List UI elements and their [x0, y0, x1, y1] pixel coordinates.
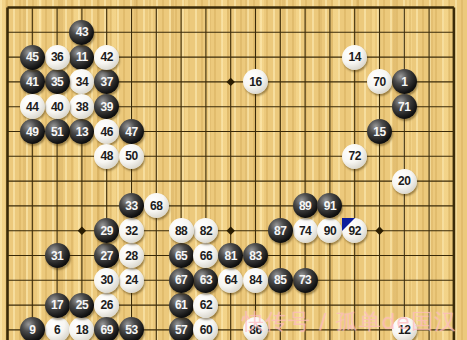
move-number: 38 — [76, 101, 88, 113]
move-number: 20 — [398, 175, 410, 187]
move-number: 49 — [26, 126, 38, 138]
stone-20-white: 20 — [392, 169, 417, 194]
move-number: 29 — [101, 225, 113, 237]
stone-57-black: 57 — [169, 317, 194, 340]
move-number: 70 — [373, 76, 385, 88]
move-number: 72 — [349, 150, 361, 162]
move-number: 48 — [101, 150, 113, 162]
move-number: 66 — [200, 250, 212, 262]
star-point — [227, 78, 235, 86]
stone-62-white: 62 — [193, 293, 218, 318]
move-number: 9 — [29, 324, 35, 336]
stone-17-black: 17 — [45, 293, 70, 318]
move-number: 62 — [200, 299, 212, 311]
move-number: 39 — [101, 101, 113, 113]
stone-14-white: 14 — [342, 45, 367, 70]
move-number: 83 — [249, 250, 261, 262]
move-number: 33 — [125, 200, 137, 212]
move-number: 1 — [401, 76, 407, 88]
move-number: 46 — [101, 126, 113, 138]
stone-36-white: 36 — [45, 45, 70, 70]
star-point — [375, 227, 383, 235]
move-number: 43 — [76, 26, 88, 38]
move-number: 13 — [76, 126, 88, 138]
star-point — [227, 227, 235, 235]
move-number: 61 — [175, 299, 187, 311]
stone-72-white: 72 — [342, 144, 367, 169]
move-number: 31 — [51, 250, 63, 262]
stone-89-black: 89 — [293, 193, 318, 218]
stone-53-black: 53 — [119, 317, 144, 340]
stone-45-black: 45 — [20, 45, 45, 70]
stone-67-black: 67 — [169, 268, 194, 293]
stone-44-white: 44 — [20, 94, 45, 119]
move-number: 50 — [125, 150, 137, 162]
go-board: 1691112131415161718202425262728293031323… — [0, 0, 467, 340]
stone-11-black: 11 — [69, 45, 94, 70]
stone-84-white: 84 — [243, 268, 268, 293]
move-number: 82 — [200, 225, 212, 237]
stone-60-white: 60 — [193, 317, 218, 340]
move-number: 44 — [26, 101, 38, 113]
stone-40-white: 40 — [45, 94, 70, 119]
stone-83-black: 83 — [243, 243, 268, 268]
stone-51-black: 51 — [45, 119, 70, 144]
move-number: 32 — [125, 225, 137, 237]
move-number: 85 — [274, 274, 286, 286]
stone-35-black: 35 — [45, 69, 70, 94]
move-number: 42 — [101, 51, 113, 63]
stone-42-white: 42 — [94, 45, 119, 70]
move-number: 24 — [125, 274, 137, 286]
move-number: 26 — [101, 299, 113, 311]
move-number: 60 — [200, 324, 212, 336]
move-number: 88 — [175, 225, 187, 237]
move-number: 28 — [125, 250, 137, 262]
move-number: 47 — [125, 126, 137, 138]
move-number: 67 — [175, 274, 187, 286]
stone-24-white: 24 — [119, 268, 144, 293]
stone-47-black: 47 — [119, 119, 144, 144]
move-number: 27 — [101, 250, 113, 262]
move-number: 16 — [249, 76, 261, 88]
stone-86-white: 86 — [243, 317, 268, 340]
stone-28-white: 28 — [119, 243, 144, 268]
stone-65-black: 65 — [169, 243, 194, 268]
stone-48-white: 48 — [94, 144, 119, 169]
move-number: 15 — [373, 126, 385, 138]
stone-6-white: 6 — [45, 317, 70, 340]
move-number: 37 — [101, 76, 113, 88]
stone-25-black: 25 — [69, 293, 94, 318]
move-number: 25 — [76, 299, 88, 311]
stone-12-white: 12 — [392, 317, 417, 340]
move-number: 45 — [26, 51, 38, 63]
move-number: 35 — [51, 76, 63, 88]
move-number: 40 — [51, 101, 63, 113]
stone-73-black: 73 — [293, 268, 318, 293]
move-number: 87 — [274, 225, 286, 237]
blue-triangle-marker — [342, 218, 355, 231]
move-number: 18 — [76, 324, 88, 336]
move-number: 73 — [299, 274, 311, 286]
stone-61-black: 61 — [169, 293, 194, 318]
stone-31-black: 31 — [45, 243, 70, 268]
move-number: 71 — [398, 101, 410, 113]
move-number: 64 — [225, 274, 237, 286]
move-number: 68 — [150, 200, 162, 212]
move-number: 63 — [200, 274, 212, 286]
move-number: 81 — [225, 250, 237, 262]
move-number: 65 — [175, 250, 187, 262]
move-number: 17 — [51, 299, 63, 311]
move-number: 84 — [249, 274, 261, 286]
stone-88-white: 88 — [169, 218, 194, 243]
move-number: 36 — [51, 51, 63, 63]
move-number: 74 — [299, 225, 311, 237]
move-number: 89 — [299, 200, 311, 212]
move-number: 86 — [249, 324, 261, 336]
move-number: 11 — [76, 51, 88, 63]
stone-71-black: 71 — [392, 94, 417, 119]
move-number: 57 — [175, 324, 187, 336]
stone-64-white: 64 — [218, 268, 243, 293]
stone-50-white: 50 — [119, 144, 144, 169]
stone-85-black: 85 — [268, 268, 293, 293]
move-number: 51 — [51, 126, 63, 138]
move-number: 34 — [76, 76, 88, 88]
move-number: 14 — [349, 51, 361, 63]
move-number: 6 — [54, 324, 60, 336]
move-number: 30 — [101, 274, 113, 286]
move-number: 53 — [125, 324, 137, 336]
stone-30-white: 30 — [94, 268, 119, 293]
move-number: 69 — [101, 324, 113, 336]
stone-9-black: 9 — [20, 317, 45, 340]
move-number: 90 — [324, 225, 336, 237]
stone-18-white: 18 — [69, 317, 94, 340]
move-number: 12 — [398, 324, 410, 336]
stone-49-black: 49 — [20, 119, 45, 144]
stone-26-white: 26 — [94, 293, 119, 318]
move-number: 41 — [26, 76, 38, 88]
stone-87-black: 87 — [268, 218, 293, 243]
stone-69-black: 69 — [94, 317, 119, 340]
move-number: 91 — [324, 200, 336, 212]
stone-15-black: 15 — [367, 119, 392, 144]
stone-74-white: 74 — [293, 218, 318, 243]
star-point — [78, 227, 86, 235]
